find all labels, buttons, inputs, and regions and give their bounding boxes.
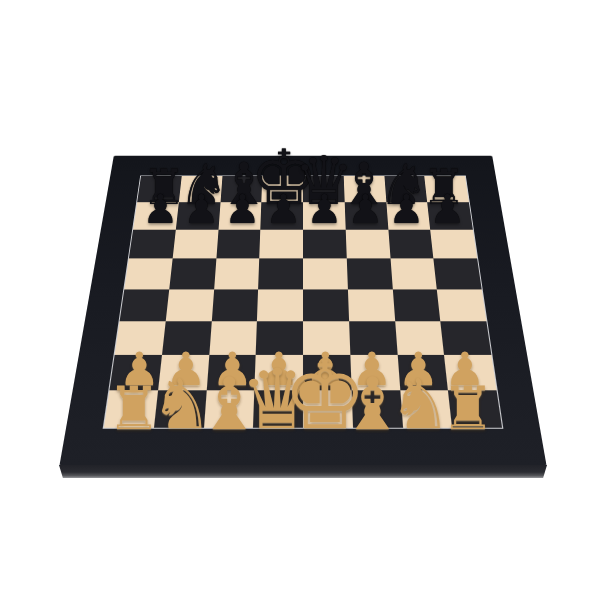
square-g4[interactable] [392, 289, 440, 321]
square-e5[interactable] [303, 259, 348, 289]
square-c6[interactable] [216, 230, 261, 259]
square-h5[interactable] [434, 259, 482, 289]
square-c4[interactable] [211, 289, 258, 321]
square-e6[interactable] [303, 230, 347, 259]
square-a6[interactable] [129, 230, 176, 259]
piece-black-pawn-a7[interactable]: ♟ [143, 189, 179, 229]
piece-black-pawn-d7[interactable]: ♟ [266, 189, 302, 229]
square-h4[interactable] [437, 289, 486, 321]
square-d5[interactable] [258, 259, 303, 289]
square-c5[interactable] [214, 259, 260, 289]
square-a5[interactable] [124, 259, 172, 289]
board-edge-thickness [59, 465, 547, 478]
piece-black-pawn-h7[interactable]: ♟ [430, 189, 466, 229]
piece-white-rook-h1[interactable]: ♜ [441, 378, 495, 438]
piece-black-pawn-g7[interactable]: ♟ [389, 189, 425, 229]
piece-black-pawn-f7[interactable]: ♟ [348, 189, 384, 229]
square-h6[interactable] [430, 230, 477, 259]
square-d4[interactable] [257, 289, 303, 321]
piece-black-pawn-c7[interactable]: ♟ [225, 189, 261, 229]
square-a4[interactable] [120, 289, 169, 321]
square-e4[interactable] [303, 289, 349, 321]
square-d6[interactable] [259, 230, 303, 259]
square-b4[interactable] [165, 289, 213, 321]
chess-set-photo: ♜♞♝♚♛♝♞♜♟♟♟♟♟♟♟♟♟♟♟♟♟♟♟♟♜♞♝♛♚♝♞♜ [0, 0, 600, 600]
square-f4[interactable] [348, 289, 395, 321]
square-b5[interactable] [169, 259, 216, 289]
piece-black-pawn-e7[interactable]: ♟ [307, 189, 343, 229]
piece-black-pawn-b7[interactable]: ♟ [184, 189, 220, 229]
square-b6[interactable] [172, 230, 218, 259]
square-g5[interactable] [390, 259, 437, 289]
square-g6[interactable] [388, 230, 434, 259]
square-f5[interactable] [347, 259, 393, 289]
square-f6[interactable] [345, 230, 390, 259]
